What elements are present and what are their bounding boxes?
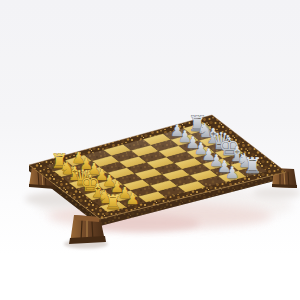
chess-board: ♜♟♞♟♝♟♛♟♚♟♝♟♟♞♜♟♟♜♞♟♟♝♟♛♟♚♟♝♟♞♟♜ [0, 0, 300, 300]
piece-glyph-pawn: ♟ [126, 190, 140, 208]
chess-set-photo: ♜♟♞♟♝♟♛♟♚♟♝♟♟♞♜♟♟♜♞♟♟♝♟♛♟♚♟♝♟♞♟♜ [0, 0, 300, 300]
piece-black-pawn-silver: ♟ [225, 163, 239, 182]
shadow-right [253, 187, 300, 199]
piece-white-pawn-gold: ♟ [126, 190, 140, 208]
piece-glyph-pawn: ♟ [225, 163, 239, 182]
board-leg-front [69, 215, 106, 244]
piece-black-rook-silver: ♜ [243, 153, 262, 178]
piece-glyph-rook: ♜ [104, 191, 122, 214]
piece-glyph-rook: ♜ [243, 153, 262, 178]
piece-white-rook-gold: ♜ [104, 191, 122, 214]
